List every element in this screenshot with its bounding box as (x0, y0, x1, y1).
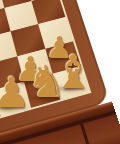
chess-set-photo: ♟ ♟ ♟ ♞ ♝ (0, 0, 120, 144)
drawer-seam (80, 123, 93, 144)
white-bishop: ♝ (53, 49, 94, 95)
